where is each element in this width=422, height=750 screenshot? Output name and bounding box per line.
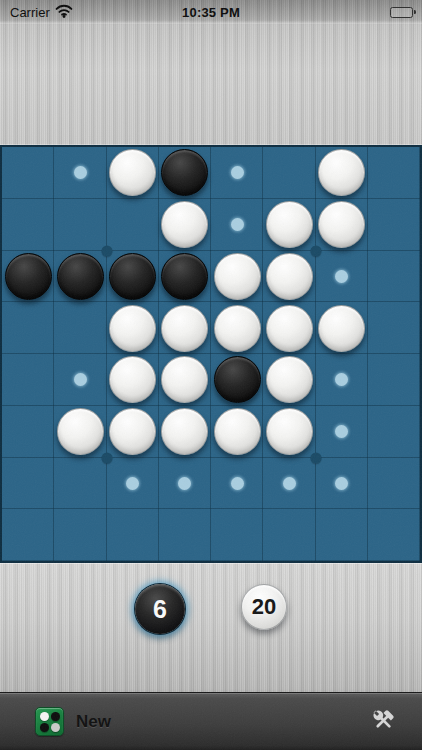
cell-b2[interactable] xyxy=(54,199,106,251)
cell-g7[interactable] xyxy=(316,458,368,510)
white-disc xyxy=(161,305,208,352)
cell-b4[interactable] xyxy=(54,302,106,354)
white-disc xyxy=(318,201,365,248)
legal-move-dot xyxy=(231,218,244,231)
cell-e4[interactable] xyxy=(211,302,263,354)
cell-d1[interactable] xyxy=(159,147,211,199)
legal-move-dot xyxy=(335,477,348,490)
cell-d4[interactable] xyxy=(159,302,211,354)
cell-c3[interactable] xyxy=(107,251,159,303)
white-disc xyxy=(266,201,313,248)
cell-f7[interactable] xyxy=(263,458,315,510)
cell-d2[interactable] xyxy=(159,199,211,251)
black-score-disc: 6 xyxy=(135,584,185,634)
white-disc xyxy=(266,356,313,403)
legal-move-dot xyxy=(178,477,191,490)
cell-e7[interactable] xyxy=(211,458,263,510)
legal-move-dot xyxy=(231,477,244,490)
white-disc xyxy=(318,305,365,352)
cell-h5[interactable] xyxy=(368,354,420,406)
cell-b1[interactable] xyxy=(54,147,106,199)
white-disc xyxy=(214,408,261,455)
cell-b8[interactable] xyxy=(54,509,106,561)
cell-c2[interactable] xyxy=(107,199,159,251)
cell-e2[interactable] xyxy=(211,199,263,251)
white-disc xyxy=(318,149,365,196)
cell-b6[interactable] xyxy=(54,406,106,458)
new-game-button[interactable]: New xyxy=(35,707,111,736)
battery-icon xyxy=(390,7,416,18)
cell-d5[interactable] xyxy=(159,354,211,406)
black-disc xyxy=(109,253,156,300)
white-disc xyxy=(266,408,313,455)
cell-f1[interactable] xyxy=(263,147,315,199)
board xyxy=(0,145,422,563)
legal-move-dot xyxy=(335,373,348,386)
black-disc xyxy=(57,253,104,300)
cell-g3[interactable] xyxy=(316,251,368,303)
cell-d8[interactable] xyxy=(159,509,211,561)
tools-icon xyxy=(370,707,397,737)
cell-e1[interactable] xyxy=(211,147,263,199)
cell-a3[interactable] xyxy=(2,251,54,303)
cell-c8[interactable] xyxy=(107,509,159,561)
cell-a4[interactable] xyxy=(2,302,54,354)
black-score-value: 6 xyxy=(153,595,167,624)
white-disc xyxy=(109,408,156,455)
carrier-label: Carrier xyxy=(10,5,50,20)
cell-g8[interactable] xyxy=(316,509,368,561)
cell-c4[interactable] xyxy=(107,302,159,354)
black-disc xyxy=(161,149,208,196)
star-point xyxy=(101,245,112,256)
cell-a6[interactable] xyxy=(2,406,54,458)
cell-b3[interactable] xyxy=(54,251,106,303)
cell-f5[interactable] xyxy=(263,354,315,406)
white-disc xyxy=(109,356,156,403)
wifi-icon xyxy=(55,4,73,21)
cell-f8[interactable] xyxy=(263,509,315,561)
cell-g4[interactable] xyxy=(316,302,368,354)
cell-a7[interactable] xyxy=(2,458,54,510)
cell-a5[interactable] xyxy=(2,354,54,406)
top-metal-area xyxy=(0,24,422,145)
cell-f2[interactable] xyxy=(263,199,315,251)
status-bar: Carrier 10:35 PM xyxy=(0,0,422,24)
white-disc xyxy=(266,305,313,352)
legal-move-dot xyxy=(231,166,244,179)
legal-move-dot xyxy=(283,477,296,490)
new-game-icon xyxy=(35,707,64,736)
cell-h8[interactable] xyxy=(368,509,420,561)
black-disc xyxy=(214,356,261,403)
app-screen: Carrier 10:35 PM xyxy=(0,0,422,750)
white-disc xyxy=(109,305,156,352)
cell-b7[interactable] xyxy=(54,458,106,510)
score-area: 6 20 xyxy=(0,563,422,692)
legal-move-dot xyxy=(335,425,348,438)
cell-c5[interactable] xyxy=(107,354,159,406)
cell-f4[interactable] xyxy=(263,302,315,354)
cell-h4[interactable] xyxy=(368,302,420,354)
cell-f6[interactable] xyxy=(263,406,315,458)
legal-move-dot xyxy=(74,373,87,386)
cell-g1[interactable] xyxy=(316,147,368,199)
cell-e5[interactable] xyxy=(211,354,263,406)
cell-h1[interactable] xyxy=(368,147,420,199)
cell-d3[interactable] xyxy=(159,251,211,303)
legal-move-dot xyxy=(126,477,139,490)
cell-c1[interactable] xyxy=(107,147,159,199)
cell-h7[interactable] xyxy=(368,458,420,510)
cell-a2[interactable] xyxy=(2,199,54,251)
star-point xyxy=(310,245,321,256)
white-disc xyxy=(214,253,261,300)
cell-d7[interactable] xyxy=(159,458,211,510)
cell-g5[interactable] xyxy=(316,354,368,406)
clock: 10:35 PM xyxy=(182,5,240,20)
cell-e3[interactable] xyxy=(211,251,263,303)
cell-c7[interactable] xyxy=(107,458,159,510)
new-game-label: New xyxy=(76,712,111,732)
white-disc xyxy=(57,408,104,455)
cell-e8[interactable] xyxy=(211,509,263,561)
cell-g2[interactable] xyxy=(316,199,368,251)
black-disc xyxy=(161,253,208,300)
white-score-disc: 20 xyxy=(241,584,287,630)
cell-g6[interactable] xyxy=(316,406,368,458)
white-disc xyxy=(161,201,208,248)
star-point xyxy=(310,452,321,463)
cell-f3[interactable] xyxy=(263,251,315,303)
cell-e6[interactable] xyxy=(211,406,263,458)
cell-h2[interactable] xyxy=(368,199,420,251)
white-score-value: 20 xyxy=(252,594,276,620)
cell-b5[interactable] xyxy=(54,354,106,406)
black-disc xyxy=(5,253,52,300)
star-point xyxy=(101,452,112,463)
toolbar: New xyxy=(0,692,422,750)
legal-move-dot xyxy=(74,166,87,179)
legal-move-dot xyxy=(335,270,348,283)
white-disc xyxy=(266,253,313,300)
white-disc xyxy=(161,356,208,403)
white-disc xyxy=(109,149,156,196)
cell-a1[interactable] xyxy=(2,147,54,199)
cell-a8[interactable] xyxy=(2,509,54,561)
cell-c6[interactable] xyxy=(107,406,159,458)
cell-h6[interactable] xyxy=(368,406,420,458)
white-disc xyxy=(214,305,261,352)
cell-h3[interactable] xyxy=(368,251,420,303)
settings-button[interactable] xyxy=(370,707,397,737)
cell-d6[interactable] xyxy=(159,406,211,458)
white-disc xyxy=(161,408,208,455)
